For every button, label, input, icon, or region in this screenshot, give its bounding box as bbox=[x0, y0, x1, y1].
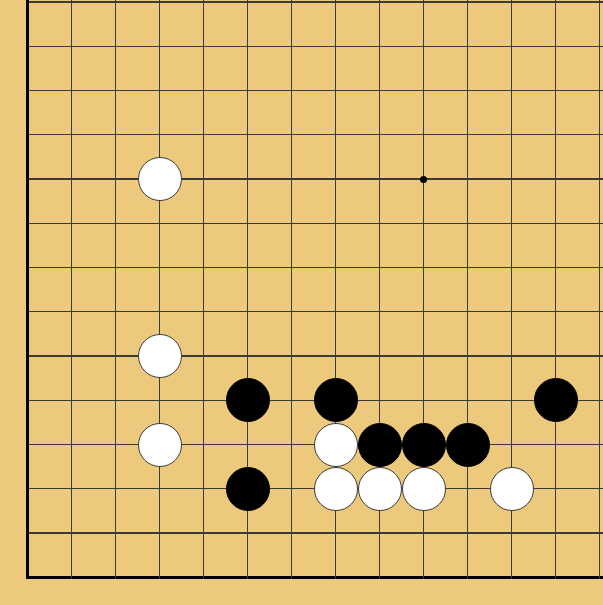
intersection-A10[interactable] bbox=[6, 157, 50, 201]
intersection-B7[interactable] bbox=[50, 290, 94, 334]
intersection-M3[interactable] bbox=[490, 467, 534, 511]
intersection-H1[interactable] bbox=[314, 555, 358, 599]
intersection-E2[interactable] bbox=[182, 511, 226, 555]
intersection-N4[interactable] bbox=[534, 422, 578, 466]
intersection-D3[interactable] bbox=[138, 467, 182, 511]
intersection-O10[interactable] bbox=[578, 157, 603, 201]
intersection-F8[interactable] bbox=[226, 245, 270, 289]
intersection-L12[interactable] bbox=[446, 68, 490, 112]
intersection-N6[interactable] bbox=[534, 334, 578, 378]
intersection-L11[interactable] bbox=[446, 113, 490, 157]
grid-line bbox=[247, 24, 248, 68]
intersection-A2[interactable] bbox=[6, 511, 50, 555]
intersection-H3[interactable] bbox=[314, 467, 358, 511]
grid-line bbox=[159, 201, 160, 245]
intersection-J4[interactable] bbox=[358, 422, 402, 466]
intersection-C14[interactable] bbox=[94, 0, 138, 24]
grid-line bbox=[335, 511, 336, 555]
board-left-edge-line bbox=[26, 422, 29, 466]
intersection-F7[interactable] bbox=[226, 290, 270, 334]
intersection-N3[interactable] bbox=[534, 467, 578, 511]
board-left-edge-line bbox=[26, 378, 29, 422]
intersection-L10[interactable] bbox=[446, 157, 490, 201]
grid-line bbox=[115, 201, 116, 245]
intersection-K14[interactable] bbox=[402, 0, 446, 24]
intersection-A11[interactable] bbox=[6, 113, 50, 157]
grid-line bbox=[159, 511, 160, 555]
intersection-G9[interactable] bbox=[270, 201, 314, 245]
intersection-D4[interactable] bbox=[138, 422, 182, 466]
intersection-D11[interactable] bbox=[138, 113, 182, 157]
intersection-G13[interactable] bbox=[270, 24, 314, 68]
intersection-E3[interactable] bbox=[182, 467, 226, 511]
grid-line bbox=[511, 113, 512, 157]
intersection-C7[interactable] bbox=[94, 290, 138, 334]
grid-line bbox=[379, 113, 380, 157]
intersection-B9[interactable] bbox=[50, 201, 94, 245]
black-stone-F5 bbox=[226, 378, 270, 422]
intersection-B11[interactable] bbox=[50, 113, 94, 157]
intersection-A14[interactable] bbox=[6, 0, 50, 24]
intersection-O1[interactable] bbox=[578, 555, 603, 599]
intersection-F13[interactable] bbox=[226, 24, 270, 68]
intersection-K6[interactable] bbox=[402, 334, 446, 378]
intersection-K12[interactable] bbox=[402, 68, 446, 112]
board-left-edge-line bbox=[26, 24, 29, 68]
grid-line bbox=[247, 201, 248, 245]
grid-line bbox=[599, 467, 600, 511]
intersection-E9[interactable] bbox=[182, 201, 226, 245]
intersection-J1[interactable] bbox=[358, 555, 402, 599]
intersection-H2[interactable] bbox=[314, 511, 358, 555]
grid-line bbox=[511, 201, 512, 245]
intersection-C5[interactable] bbox=[94, 378, 138, 422]
grid-line bbox=[599, 555, 600, 579]
grid-line bbox=[291, 290, 292, 334]
intersection-E5[interactable] bbox=[182, 378, 226, 422]
grid-line bbox=[467, 511, 468, 555]
intersection-F6[interactable] bbox=[226, 334, 270, 378]
board-left-edge-line bbox=[26, 467, 29, 511]
grid-line bbox=[291, 334, 292, 378]
intersection-E10[interactable] bbox=[182, 157, 226, 201]
intersection-B4[interactable] bbox=[50, 422, 94, 466]
intersection-K1[interactable] bbox=[402, 555, 446, 599]
intersection-N8[interactable] bbox=[534, 245, 578, 289]
intersection-B13[interactable] bbox=[50, 24, 94, 68]
grid-line bbox=[291, 157, 292, 201]
grid-line bbox=[28, 46, 50, 47]
intersection-C10[interactable] bbox=[94, 157, 138, 201]
intersection-D7[interactable] bbox=[138, 290, 182, 334]
intersection-E13[interactable] bbox=[182, 24, 226, 68]
grid-line bbox=[28, 1, 50, 2]
intersection-A8[interactable] bbox=[6, 245, 50, 289]
intersection-G6[interactable] bbox=[270, 334, 314, 378]
intersection-O4[interactable] bbox=[578, 422, 603, 466]
intersection-D6[interactable] bbox=[138, 334, 182, 378]
intersection-L9[interactable] bbox=[446, 201, 490, 245]
intersection-K10[interactable] bbox=[402, 157, 446, 201]
intersection-M9[interactable] bbox=[490, 201, 534, 245]
grid-line bbox=[467, 68, 468, 112]
intersection-D8[interactable] bbox=[138, 245, 182, 289]
intersection-M4[interactable] bbox=[490, 422, 534, 466]
intersection-O14[interactable] bbox=[578, 0, 603, 24]
grid-line bbox=[599, 290, 600, 334]
grid-line bbox=[291, 201, 292, 245]
grid-line bbox=[599, 24, 600, 68]
grid-line bbox=[467, 113, 468, 157]
intersection-E12[interactable] bbox=[182, 68, 226, 112]
intersection-G5[interactable] bbox=[270, 378, 314, 422]
intersection-A7[interactable] bbox=[6, 290, 50, 334]
intersection-F9[interactable] bbox=[226, 201, 270, 245]
grid-line bbox=[247, 157, 248, 201]
intersection-O12[interactable] bbox=[578, 68, 603, 112]
grid-line bbox=[247, 113, 248, 157]
intersection-F3[interactable] bbox=[226, 467, 270, 511]
grid-line bbox=[335, 334, 336, 378]
intersection-D9[interactable] bbox=[138, 201, 182, 245]
intersection-L4[interactable] bbox=[446, 422, 490, 466]
intersection-K4[interactable] bbox=[402, 422, 446, 466]
grid-line bbox=[71, 290, 72, 334]
intersection-N14[interactable] bbox=[534, 0, 578, 24]
intersection-L13[interactable] bbox=[446, 24, 490, 68]
intersection-C1[interactable] bbox=[94, 555, 138, 599]
intersection-N7[interactable] bbox=[534, 290, 578, 334]
intersection-A9[interactable] bbox=[6, 201, 50, 245]
intersection-L14[interactable] bbox=[446, 0, 490, 24]
grid-line bbox=[379, 0, 380, 24]
intersection-H10[interactable] bbox=[314, 157, 358, 201]
board-bottom-edge-line bbox=[28, 576, 50, 579]
intersection-B1[interactable] bbox=[50, 555, 94, 599]
intersection-J12[interactable] bbox=[358, 68, 402, 112]
intersection-M7[interactable] bbox=[490, 290, 534, 334]
intersection-F4[interactable] bbox=[226, 422, 270, 466]
intersection-J7[interactable] bbox=[358, 290, 402, 334]
intersection-A5[interactable] bbox=[6, 378, 50, 422]
intersection-C9[interactable] bbox=[94, 201, 138, 245]
intersection-G3[interactable] bbox=[270, 467, 314, 511]
grid-line bbox=[423, 334, 424, 378]
intersection-M6[interactable] bbox=[490, 334, 534, 378]
intersection-N10[interactable] bbox=[534, 157, 578, 201]
intersection-H12[interactable] bbox=[314, 68, 358, 112]
intersection-M10[interactable] bbox=[490, 157, 534, 201]
grid-line bbox=[28, 267, 50, 268]
grid-line bbox=[291, 245, 292, 289]
intersection-L8[interactable] bbox=[446, 245, 490, 289]
intersection-J5[interactable] bbox=[358, 378, 402, 422]
go-board bbox=[0, 0, 603, 605]
grid-line bbox=[599, 378, 600, 422]
intersection-M2[interactable] bbox=[490, 511, 534, 555]
grid-line bbox=[71, 334, 72, 378]
grid-line bbox=[599, 157, 600, 201]
grid-line bbox=[335, 113, 336, 157]
intersection-M11[interactable] bbox=[490, 113, 534, 157]
intersection-H11[interactable] bbox=[314, 113, 358, 157]
intersection-N1[interactable] bbox=[534, 555, 578, 599]
intersection-B3[interactable] bbox=[50, 467, 94, 511]
intersection-F11[interactable] bbox=[226, 113, 270, 157]
intersection-F2[interactable] bbox=[226, 511, 270, 555]
grid-line bbox=[159, 24, 160, 68]
intersection-N2[interactable] bbox=[534, 511, 578, 555]
grid-line bbox=[28, 355, 50, 356]
intersection-D2[interactable] bbox=[138, 511, 182, 555]
grid-line bbox=[247, 68, 248, 112]
grid-line bbox=[555, 0, 556, 24]
intersection-E4[interactable] bbox=[182, 422, 226, 466]
grid-line bbox=[115, 68, 116, 112]
intersection-F10[interactable] bbox=[226, 157, 270, 201]
grid-line bbox=[555, 68, 556, 112]
intersection-L2[interactable] bbox=[446, 511, 490, 555]
intersection-E7[interactable] bbox=[182, 290, 226, 334]
intersection-F12[interactable] bbox=[226, 68, 270, 112]
intersection-N13[interactable] bbox=[534, 24, 578, 68]
star-point-K10 bbox=[420, 176, 427, 183]
intersection-F5[interactable] bbox=[226, 378, 270, 422]
intersection-E11[interactable] bbox=[182, 113, 226, 157]
intersection-M13[interactable] bbox=[490, 24, 534, 68]
grid-line bbox=[467, 245, 468, 289]
black-stone-L4 bbox=[446, 423, 490, 467]
intersection-L6[interactable] bbox=[446, 334, 490, 378]
intersection-D10[interactable] bbox=[138, 157, 182, 201]
intersection-L1[interactable] bbox=[446, 555, 490, 599]
intersection-O2[interactable] bbox=[578, 511, 603, 555]
intersection-J2[interactable] bbox=[358, 511, 402, 555]
intersection-H7[interactable] bbox=[314, 290, 358, 334]
intersection-O13[interactable] bbox=[578, 24, 603, 68]
grid-line bbox=[555, 422, 556, 466]
white-stone-H4 bbox=[314, 423, 358, 467]
grid-line bbox=[115, 113, 116, 157]
grid-line bbox=[115, 157, 116, 201]
grid-line bbox=[203, 290, 204, 334]
grid-line bbox=[379, 245, 380, 289]
grid-line bbox=[28, 400, 50, 401]
grid-line bbox=[511, 68, 512, 112]
intersection-C11[interactable] bbox=[94, 113, 138, 157]
intersection-E1[interactable] bbox=[182, 555, 226, 599]
intersection-L5[interactable] bbox=[446, 378, 490, 422]
intersection-D1[interactable] bbox=[138, 555, 182, 599]
intersection-E8[interactable] bbox=[182, 245, 226, 289]
intersection-G2[interactable] bbox=[270, 511, 314, 555]
intersection-J6[interactable] bbox=[358, 334, 402, 378]
intersection-G8[interactable] bbox=[270, 245, 314, 289]
intersection-G12[interactable] bbox=[270, 68, 314, 112]
board-left-edge-line bbox=[26, 334, 29, 378]
intersection-H4[interactable] bbox=[314, 422, 358, 466]
intersection-A3[interactable] bbox=[6, 467, 50, 511]
intersection-G7[interactable] bbox=[270, 290, 314, 334]
grid-line bbox=[555, 113, 556, 157]
grid-line bbox=[203, 334, 204, 378]
white-stone-J3 bbox=[358, 467, 402, 511]
grid-line bbox=[71, 467, 72, 511]
white-stone-K3 bbox=[402, 467, 446, 511]
grid-line bbox=[247, 245, 248, 289]
intersection-H9[interactable] bbox=[314, 201, 358, 245]
grid-line bbox=[71, 201, 72, 245]
intersection-G11[interactable] bbox=[270, 113, 314, 157]
black-stone-N5 bbox=[534, 378, 578, 422]
intersection-A4[interactable] bbox=[6, 422, 50, 466]
grid-line bbox=[159, 378, 160, 422]
intersection-G4[interactable] bbox=[270, 422, 314, 466]
intersection-K13[interactable] bbox=[402, 24, 446, 68]
grid-line bbox=[555, 290, 556, 334]
grid-line bbox=[71, 555, 72, 579]
intersection-O5[interactable] bbox=[578, 378, 603, 422]
grid-line bbox=[335, 24, 336, 68]
intersection-C4[interactable] bbox=[94, 422, 138, 466]
intersection-C13[interactable] bbox=[94, 24, 138, 68]
intersection-K11[interactable] bbox=[402, 113, 446, 157]
grid-line bbox=[28, 134, 50, 135]
intersection-L3[interactable] bbox=[446, 467, 490, 511]
intersection-E6[interactable] bbox=[182, 334, 226, 378]
grid-line bbox=[511, 245, 512, 289]
grid-line bbox=[247, 422, 248, 466]
grid-line bbox=[71, 113, 72, 157]
intersection-G14[interactable] bbox=[270, 0, 314, 24]
intersection-B2[interactable] bbox=[50, 511, 94, 555]
intersection-G10[interactable] bbox=[270, 157, 314, 201]
intersection-H5[interactable] bbox=[314, 378, 358, 422]
intersection-C6[interactable] bbox=[94, 334, 138, 378]
grid-line bbox=[423, 201, 424, 245]
intersection-J10[interactable] bbox=[358, 157, 402, 201]
intersection-D12[interactable] bbox=[138, 68, 182, 112]
intersection-B6[interactable] bbox=[50, 334, 94, 378]
grid-line bbox=[71, 245, 72, 289]
white-stone-M3 bbox=[490, 467, 534, 511]
intersection-C2[interactable] bbox=[94, 511, 138, 555]
grid-line bbox=[379, 290, 380, 334]
intersection-O7[interactable] bbox=[578, 290, 603, 334]
grid-line bbox=[247, 334, 248, 378]
intersection-O6[interactable] bbox=[578, 334, 603, 378]
grid-line bbox=[379, 24, 380, 68]
grid-line bbox=[291, 378, 292, 422]
grid-line bbox=[71, 68, 72, 112]
intersection-J3[interactable] bbox=[358, 467, 402, 511]
intersection-H13[interactable] bbox=[314, 24, 358, 68]
intersection-C12[interactable] bbox=[94, 68, 138, 112]
intersection-K5[interactable] bbox=[402, 378, 446, 422]
intersection-O11[interactable] bbox=[578, 113, 603, 157]
intersection-O8[interactable] bbox=[578, 245, 603, 289]
grid-line bbox=[71, 24, 72, 68]
intersection-M8[interactable] bbox=[490, 245, 534, 289]
intersection-N11[interactable] bbox=[534, 113, 578, 157]
intersection-B8[interactable] bbox=[50, 245, 94, 289]
intersection-K8[interactable] bbox=[402, 245, 446, 289]
grid-line bbox=[291, 24, 292, 68]
intersection-K7[interactable] bbox=[402, 290, 446, 334]
intersection-A6[interactable] bbox=[6, 334, 50, 378]
intersection-D14[interactable] bbox=[138, 0, 182, 24]
intersection-M12[interactable] bbox=[490, 68, 534, 112]
grid-line bbox=[159, 68, 160, 112]
intersection-E14[interactable] bbox=[182, 0, 226, 24]
intersection-N9[interactable] bbox=[534, 201, 578, 245]
intersection-G1[interactable] bbox=[270, 555, 314, 599]
intersection-J14[interactable] bbox=[358, 0, 402, 24]
grid-line bbox=[71, 511, 72, 555]
intersection-N5[interactable] bbox=[534, 378, 578, 422]
intersection-N12[interactable] bbox=[534, 68, 578, 112]
intersection-J8[interactable] bbox=[358, 245, 402, 289]
intersection-B14[interactable] bbox=[50, 0, 94, 24]
white-stone-D10 bbox=[138, 157, 182, 201]
intersection-K3[interactable] bbox=[402, 467, 446, 511]
intersection-B10[interactable] bbox=[50, 157, 94, 201]
grid-line bbox=[467, 555, 468, 579]
intersection-H8[interactable] bbox=[314, 245, 358, 289]
intersection-O3[interactable] bbox=[578, 467, 603, 511]
intersection-O9[interactable] bbox=[578, 201, 603, 245]
grid-line bbox=[379, 555, 380, 579]
grid-line bbox=[335, 68, 336, 112]
intersection-J13[interactable] bbox=[358, 24, 402, 68]
intersection-H6[interactable] bbox=[314, 334, 358, 378]
grid-line bbox=[203, 157, 204, 201]
intersection-B5[interactable] bbox=[50, 378, 94, 422]
intersection-A1[interactable] bbox=[6, 555, 50, 599]
intersection-H14[interactable] bbox=[314, 0, 358, 24]
intersection-D5[interactable] bbox=[138, 378, 182, 422]
grid-line bbox=[599, 201, 600, 245]
grid-line bbox=[71, 0, 72, 24]
intersection-K9[interactable] bbox=[402, 201, 446, 245]
grid-line bbox=[511, 334, 512, 378]
intersection-F1[interactable] bbox=[226, 555, 270, 599]
intersection-A13[interactable] bbox=[6, 24, 50, 68]
grid-line bbox=[511, 0, 512, 24]
intersection-L7[interactable] bbox=[446, 290, 490, 334]
intersection-F14[interactable] bbox=[226, 0, 270, 24]
intersection-D13[interactable] bbox=[138, 24, 182, 68]
intersection-C8[interactable] bbox=[94, 245, 138, 289]
intersection-J9[interactable] bbox=[358, 201, 402, 245]
intersection-C3[interactable] bbox=[94, 467, 138, 511]
grid-line bbox=[467, 0, 468, 24]
board-left-edge-line bbox=[26, 511, 29, 555]
grid-line bbox=[203, 245, 204, 289]
grid-line bbox=[467, 201, 468, 245]
intersection-K2[interactable] bbox=[402, 511, 446, 555]
intersection-B12[interactable] bbox=[50, 68, 94, 112]
grid-line bbox=[159, 467, 160, 511]
grid-line bbox=[379, 157, 380, 201]
intersection-M1[interactable] bbox=[490, 555, 534, 599]
intersection-M14[interactable] bbox=[490, 0, 534, 24]
intersection-M5[interactable] bbox=[490, 378, 534, 422]
intersection-J11[interactable] bbox=[358, 113, 402, 157]
board-left-edge-line bbox=[26, 113, 29, 157]
intersection-A12[interactable] bbox=[6, 68, 50, 112]
grid-line bbox=[335, 245, 336, 289]
